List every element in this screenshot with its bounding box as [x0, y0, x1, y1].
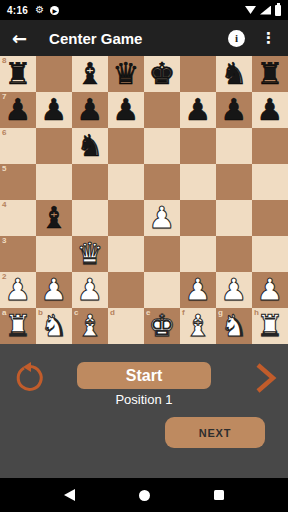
white-pawn: ♟: [5, 272, 32, 308]
square-a3[interactable]: 3: [0, 236, 36, 272]
info-icon[interactable]: i: [228, 30, 245, 47]
file-label-e: e: [146, 309, 150, 317]
square-d5[interactable]: [108, 164, 144, 200]
phone-screen: 4:16 ⚙ ▶ ← Center Game i ⋮ 8♜♝♛♚♞♜7♟♟♟♟♟…: [0, 0, 288, 512]
black-pawn: ♟: [77, 92, 104, 128]
square-g1[interactable]: g♞: [216, 308, 252, 344]
square-b7[interactable]: ♟: [36, 92, 72, 128]
white-pawn: ♟: [221, 272, 248, 308]
square-e5[interactable]: [144, 164, 180, 200]
square-a5[interactable]: 5: [0, 164, 36, 200]
square-d7[interactable]: ♟: [108, 92, 144, 128]
square-c4[interactable]: [72, 200, 108, 236]
rank-label-5: 5: [2, 165, 6, 173]
page-title: Center Game: [49, 30, 228, 47]
next-button[interactable]: NEXT: [165, 417, 265, 448]
square-f2[interactable]: ♟: [180, 272, 216, 308]
black-pawn: ♟: [221, 92, 248, 128]
square-a2[interactable]: 2♟: [0, 272, 36, 308]
square-h8[interactable]: ♜: [252, 56, 288, 92]
next-button-label: NEXT: [199, 427, 232, 439]
square-d3[interactable]: [108, 236, 144, 272]
square-c7[interactable]: ♟: [72, 92, 108, 128]
square-c5[interactable]: [72, 164, 108, 200]
chess-board: 8♜♝♛♚♞♜7♟♟♟♟♟♟♟6♞54♝♟3♛2♟♟♟♟♟♟a♜b♞c♝de♚f…: [0, 56, 288, 344]
square-a1[interactable]: a♜: [0, 308, 36, 344]
app-bar: ← Center Game i ⋮: [0, 20, 288, 56]
black-pawn: ♟: [113, 92, 140, 128]
square-a4[interactable]: 4: [0, 200, 36, 236]
undo-reset-button[interactable]: [14, 362, 46, 394]
square-h7[interactable]: ♟: [252, 92, 288, 128]
square-f5[interactable]: [180, 164, 216, 200]
controls-panel: Start Position 1 NEXT: [0, 344, 288, 478]
square-e2[interactable]: [144, 272, 180, 308]
square-h2[interactable]: ♟: [252, 272, 288, 308]
square-c1[interactable]: c♝: [72, 308, 108, 344]
square-f8[interactable]: [180, 56, 216, 92]
black-pawn: ♟: [5, 92, 32, 128]
white-king: ♚: [149, 308, 176, 344]
nav-home-icon[interactable]: [139, 490, 150, 501]
gear-icon: ⚙: [35, 5, 44, 15]
square-c2[interactable]: ♟: [72, 272, 108, 308]
nav-back-icon[interactable]: [64, 489, 75, 501]
black-king: ♚: [149, 56, 176, 92]
nav-recents-icon[interactable]: [214, 490, 224, 500]
back-arrow-icon[interactable]: ←: [12, 28, 27, 49]
square-f3[interactable]: [180, 236, 216, 272]
square-g6[interactable]: [216, 128, 252, 164]
square-g3[interactable]: [216, 236, 252, 272]
square-h4[interactable]: [252, 200, 288, 236]
square-e6[interactable]: [144, 128, 180, 164]
square-d6[interactable]: [108, 128, 144, 164]
square-b6[interactable]: [36, 128, 72, 164]
square-b2[interactable]: ♟: [36, 272, 72, 308]
square-e7[interactable]: [144, 92, 180, 128]
white-rook: ♜: [257, 308, 284, 344]
black-rook: ♜: [5, 56, 32, 92]
square-h6[interactable]: [252, 128, 288, 164]
square-d8[interactable]: ♛: [108, 56, 144, 92]
black-queen: ♛: [113, 56, 140, 92]
square-c8[interactable]: ♝: [72, 56, 108, 92]
black-pawn: ♟: [41, 92, 68, 128]
black-pawn: ♟: [257, 92, 284, 128]
black-bishop: ♝: [77, 56, 104, 92]
file-label-h: h: [254, 309, 259, 317]
position-label: Position 1: [0, 392, 288, 407]
square-a8[interactable]: 8♜: [0, 56, 36, 92]
square-f4[interactable]: [180, 200, 216, 236]
square-b4[interactable]: ♝: [36, 200, 72, 236]
next-chevron-icon[interactable]: [250, 362, 280, 394]
square-e8[interactable]: ♚: [144, 56, 180, 92]
rank-label-6: 6: [2, 129, 6, 137]
black-knight: ♞: [77, 128, 104, 164]
square-b5[interactable]: [36, 164, 72, 200]
cell-signal-icon: [260, 6, 271, 15]
file-label-f: f: [182, 309, 185, 317]
square-b3[interactable]: [36, 236, 72, 272]
square-e4[interactable]: ♟: [144, 200, 180, 236]
square-c3[interactable]: ♛: [72, 236, 108, 272]
start-button[interactable]: Start: [77, 362, 211, 389]
white-bishop: ♝: [77, 308, 104, 344]
file-label-g: g: [218, 309, 223, 317]
square-g2[interactable]: ♟: [216, 272, 252, 308]
file-label-b: b: [38, 309, 43, 317]
overflow-menu-icon[interactable]: ⋮: [261, 31, 276, 46]
white-queen: ♛: [77, 236, 104, 272]
white-rook: ♜: [5, 308, 32, 344]
white-knight: ♞: [41, 308, 68, 344]
clock: 4:16: [7, 5, 28, 16]
status-bar: 4:16 ⚙ ▶: [0, 0, 288, 20]
rank-label-3: 3: [2, 237, 6, 245]
square-a7[interactable]: 7♟: [0, 92, 36, 128]
rank-label-2: 2: [2, 273, 6, 281]
rank-label-4: 4: [2, 201, 6, 209]
android-nav-bar: [0, 478, 288, 512]
white-knight: ♞: [221, 308, 248, 344]
white-pawn: ♟: [77, 272, 104, 308]
battery-icon: [275, 5, 281, 16]
square-c6[interactable]: ♞: [72, 128, 108, 164]
start-button-label: Start: [126, 367, 162, 385]
white-pawn: ♟: [149, 200, 176, 236]
black-pawn: ♟: [185, 92, 212, 128]
rank-label-7: 7: [2, 93, 6, 101]
rank-label-8: 8: [2, 57, 6, 65]
black-knight: ♞: [221, 56, 248, 92]
square-f7[interactable]: ♟: [180, 92, 216, 128]
white-pawn: ♟: [185, 272, 212, 308]
square-b1[interactable]: b♞: [36, 308, 72, 344]
data-saver-icon: ▶: [50, 6, 59, 15]
square-g8[interactable]: ♞: [216, 56, 252, 92]
square-e1[interactable]: e♚: [144, 308, 180, 344]
black-rook: ♜: [257, 56, 284, 92]
square-d2[interactable]: [108, 272, 144, 308]
square-g5[interactable]: [216, 164, 252, 200]
square-h3[interactable]: [252, 236, 288, 272]
square-f6[interactable]: [180, 128, 216, 164]
square-e3[interactable]: [144, 236, 180, 272]
square-h1[interactable]: h♜: [252, 308, 288, 344]
square-f1[interactable]: f♝: [180, 308, 216, 344]
square-d4[interactable]: [108, 200, 144, 236]
square-g4[interactable]: [216, 200, 252, 236]
square-a6[interactable]: 6: [0, 128, 36, 164]
square-h5[interactable]: [252, 164, 288, 200]
square-g7[interactable]: ♟: [216, 92, 252, 128]
file-label-a: a: [2, 309, 6, 317]
white-pawn: ♟: [257, 272, 284, 308]
white-pawn: ♟: [41, 272, 68, 308]
file-label-c: c: [74, 309, 78, 317]
square-d1[interactable]: d: [108, 308, 144, 344]
black-bishop: ♝: [41, 200, 68, 236]
square-b8[interactable]: [36, 56, 72, 92]
wifi-icon: [245, 6, 256, 14]
file-label-d: d: [110, 309, 115, 317]
white-bishop: ♝: [185, 308, 212, 344]
